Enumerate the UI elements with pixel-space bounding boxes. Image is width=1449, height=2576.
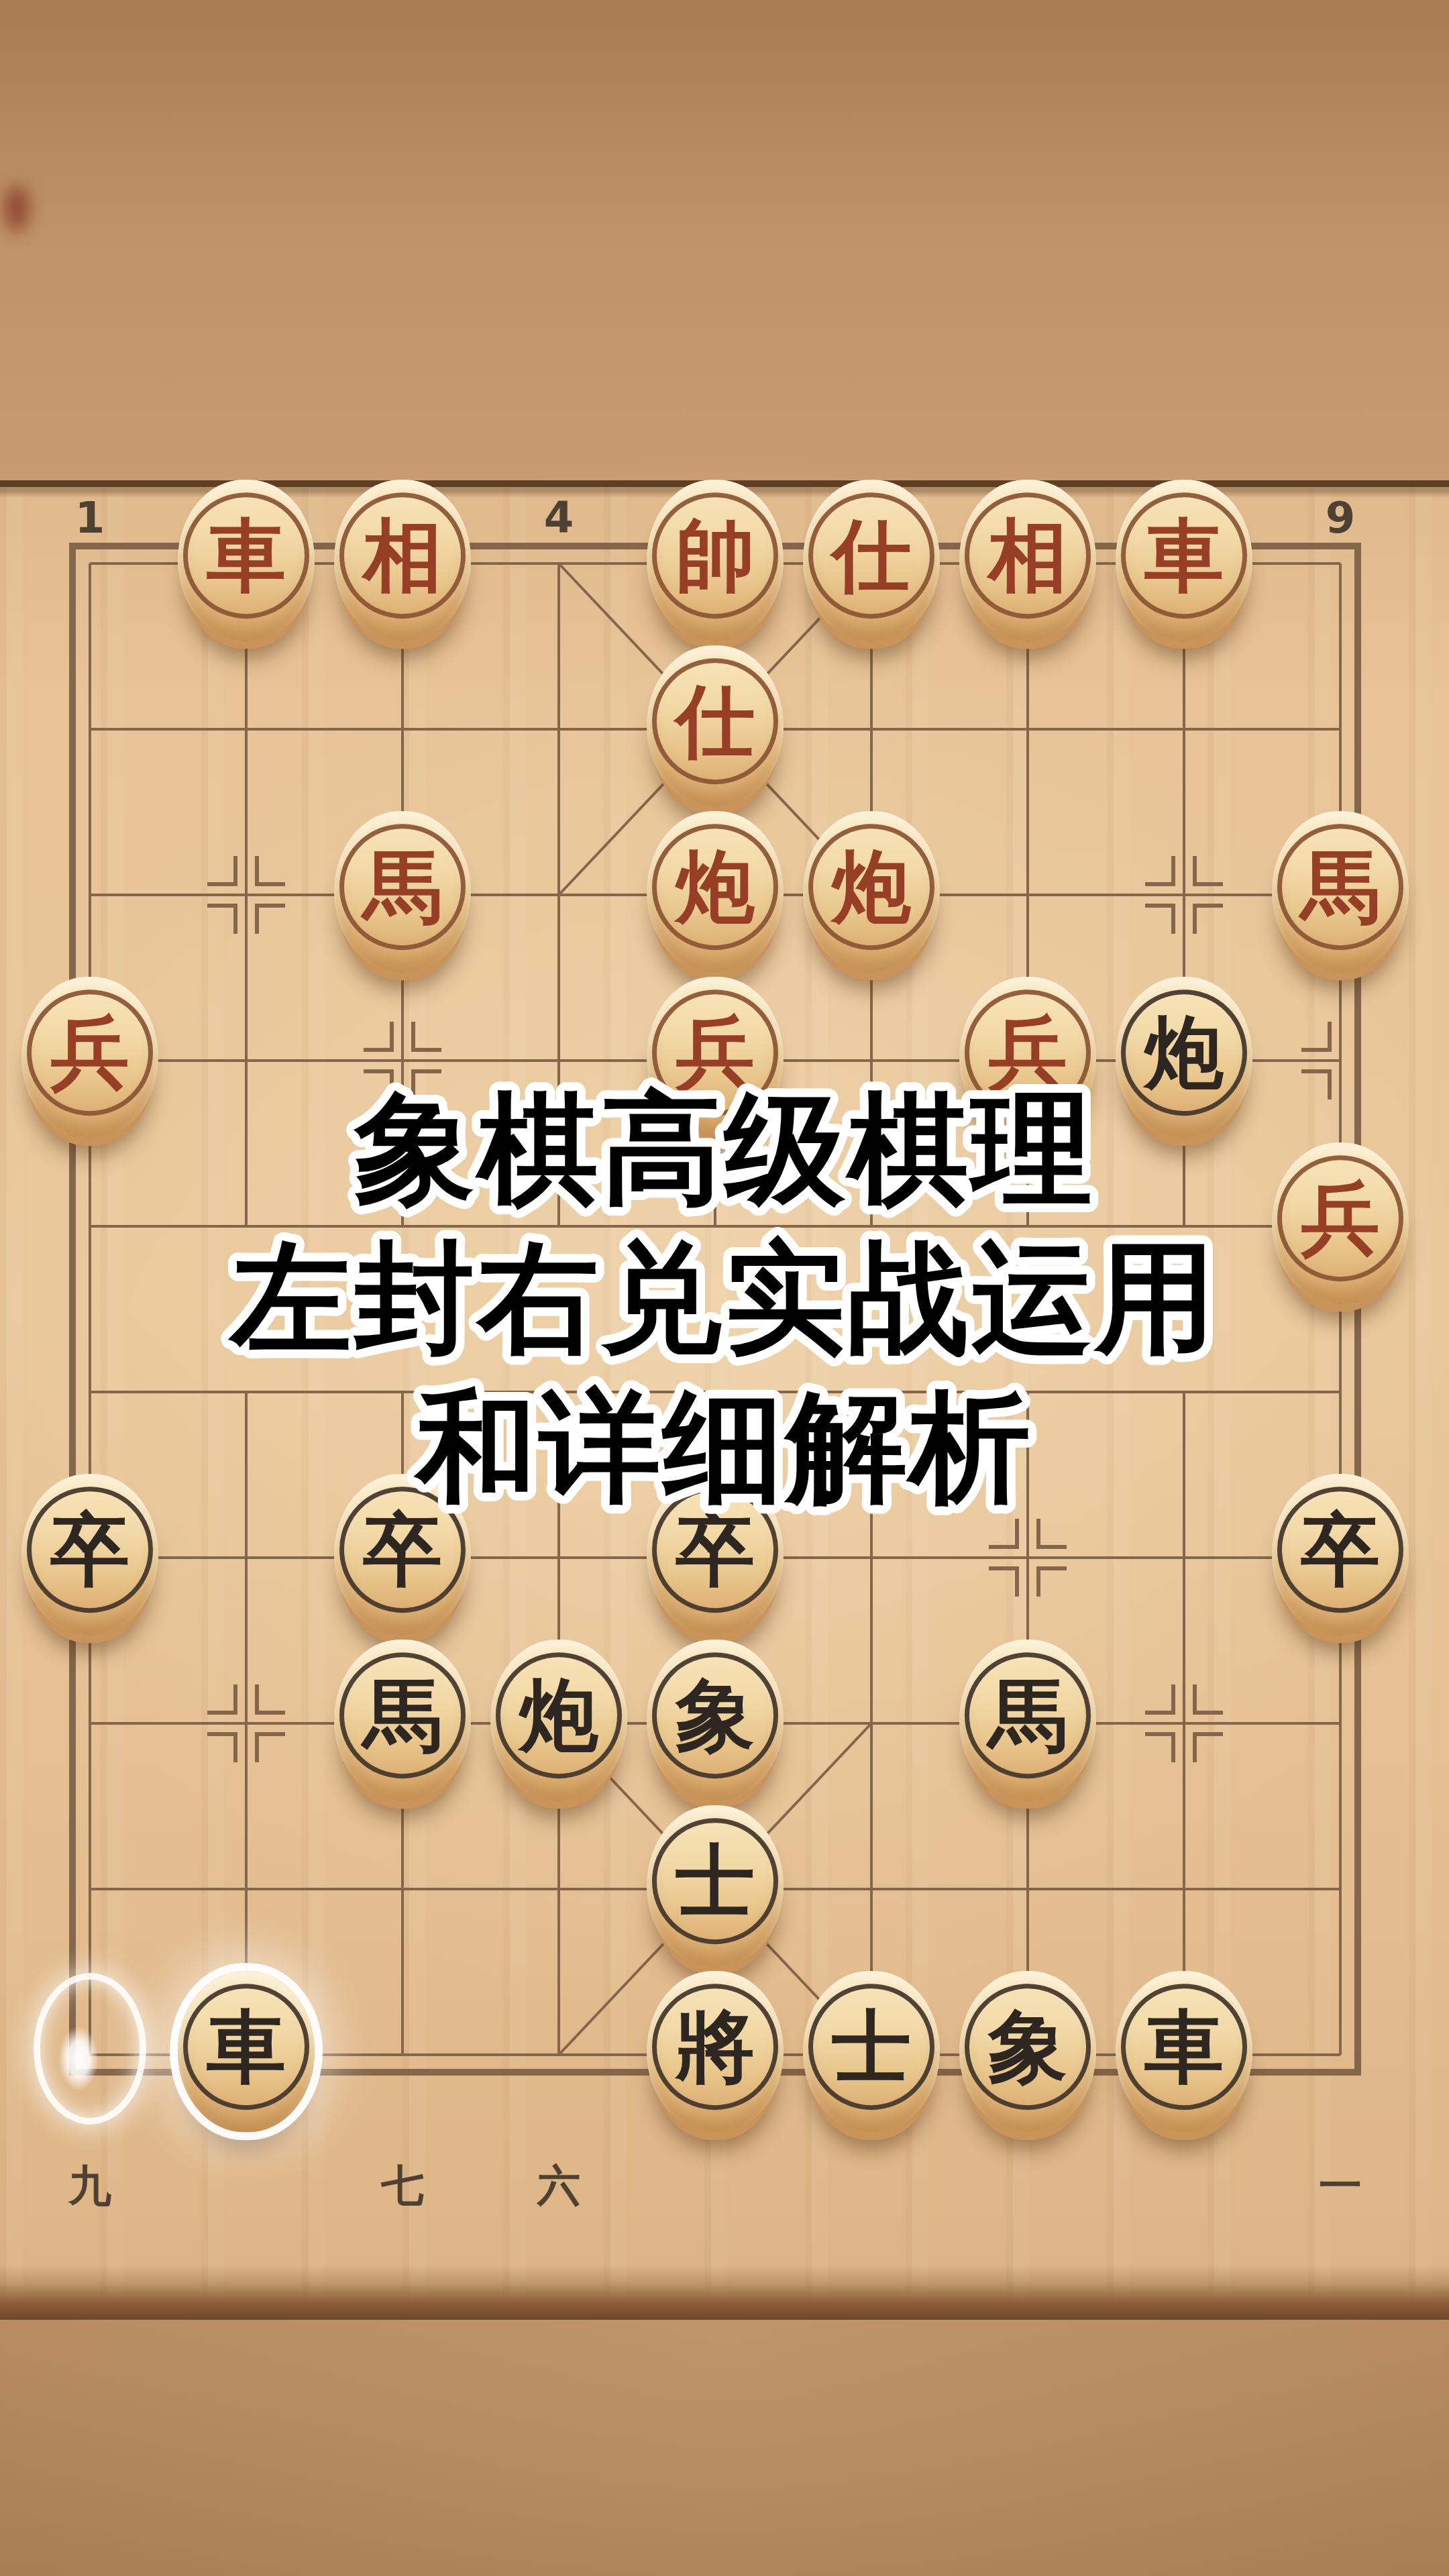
piece-character: 炮	[676, 847, 755, 926]
piece-character: 卒	[676, 1510, 755, 1589]
piece-red-f9r3[interactable]: 馬	[1272, 811, 1409, 972]
piece-character: 馬	[988, 1676, 1067, 1755]
piece-character: 象	[676, 1676, 755, 1755]
piece-character: 車	[207, 2007, 286, 2086]
screenshot-root: 149九七六一 車相帥仕相車仕馬炮炮馬兵兵兵炮兵卒卒卒卒馬炮象馬士車將士象車 象…	[0, 0, 1449, 2576]
piece-character: 馬	[363, 1676, 442, 1755]
piece-black-f7r8[interactable]: 馬	[959, 1640, 1096, 1801]
piece-character: 象	[988, 2007, 1067, 2086]
piece-character: 卒	[363, 1510, 442, 1589]
piece-character: 馬	[1301, 847, 1380, 926]
piece-black-f6r10[interactable]: 士	[803, 1971, 940, 2132]
piece-character: 炮	[832, 847, 911, 926]
piece-black-f3r8[interactable]: 馬	[334, 1640, 471, 1801]
piece-black-f8r10[interactable]: 車	[1116, 1971, 1252, 2132]
piece-black-f7r10[interactable]: 象	[959, 1971, 1096, 2132]
piece-red-f3r1[interactable]: 相	[334, 480, 471, 641]
piece-black-f1r7[interactable]: 卒	[21, 1474, 158, 1635]
piece-black-f5r7[interactable]: 卒	[647, 1474, 784, 1635]
piece-red-f8r1[interactable]: 車	[1116, 480, 1252, 641]
pieces-layer: 車相帥仕相車仕馬炮炮馬兵兵兵炮兵卒卒卒卒馬炮象馬士車將士象車	[0, 0, 1449, 2576]
piece-red-f5r2[interactable]: 仕	[647, 645, 784, 806]
piece-red-f7r1[interactable]: 相	[959, 480, 1096, 641]
piece-character: 馬	[363, 847, 442, 926]
piece-character: 兵	[988, 1013, 1067, 1092]
piece-character: 車	[1144, 2007, 1224, 2086]
piece-red-f5r1[interactable]: 帥	[647, 480, 784, 641]
piece-black-f8r4[interactable]: 炮	[1116, 977, 1252, 1138]
piece-character: 仕	[676, 682, 755, 761]
piece-black-f5r10[interactable]: 將	[647, 1971, 784, 2132]
piece-red-f1r4[interactable]: 兵	[21, 977, 158, 1138]
piece-character: 炮	[1144, 1013, 1224, 1092]
piece-black-f4r8[interactable]: 炮	[490, 1640, 627, 1801]
piece-character: 車	[1144, 516, 1224, 595]
piece-character: 炮	[519, 1676, 598, 1755]
piece-character: 卒	[1301, 1510, 1380, 1589]
piece-character: 將	[676, 2007, 755, 2086]
piece-character: 士	[832, 2007, 911, 2086]
piece-character: 相	[988, 516, 1067, 595]
piece-red-f5r4[interactable]: 兵	[647, 977, 784, 1138]
piece-character: 車	[207, 516, 286, 595]
piece-red-f2r1[interactable]: 車	[178, 480, 315, 641]
piece-character: 卒	[50, 1510, 129, 1589]
piece-black-f5r8[interactable]: 象	[647, 1640, 784, 1801]
piece-black-f9r7[interactable]: 卒	[1272, 1474, 1409, 1635]
piece-character: 仕	[832, 516, 911, 595]
piece-black-f3r7[interactable]: 卒	[334, 1474, 471, 1635]
piece-black-f5r9[interactable]: 士	[647, 1805, 784, 1966]
piece-red-f9r5[interactable]: 兵	[1272, 1142, 1409, 1303]
piece-character: 兵	[1301, 1179, 1380, 1258]
piece-red-f7r4[interactable]: 兵	[959, 977, 1096, 1138]
piece-character: 兵	[676, 1013, 755, 1092]
piece-red-f6r1[interactable]: 仕	[803, 480, 940, 641]
piece-red-f6r3[interactable]: 炮	[803, 811, 940, 972]
piece-character: 兵	[50, 1013, 129, 1092]
piece-red-f5r3[interactable]: 炮	[647, 811, 784, 972]
piece-character: 相	[363, 516, 442, 595]
piece-character: 士	[676, 1841, 755, 1921]
piece-character: 帥	[676, 516, 755, 595]
piece-black-f2r10[interactable]: 車	[178, 1971, 315, 2132]
piece-red-f3r3[interactable]: 馬	[334, 811, 471, 972]
